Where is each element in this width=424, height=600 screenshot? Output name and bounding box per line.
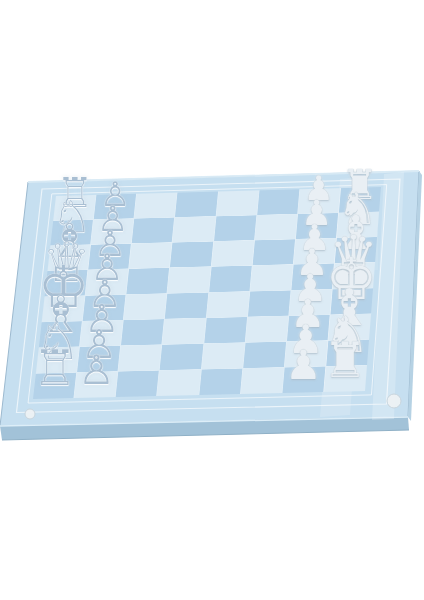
piece-black-pawn[interactable]: ♟	[285, 345, 321, 386]
square-c5[interactable]	[211, 241, 254, 267]
square-h5[interactable]	[199, 369, 242, 395]
square-b3[interactable]	[132, 218, 175, 244]
square-c3[interactable]	[129, 243, 172, 269]
rubber-foot	[387, 394, 401, 408]
square-f4[interactable]	[163, 318, 206, 344]
square-f5[interactable]	[204, 317, 247, 343]
square-b4[interactable]	[173, 217, 215, 243]
square-h6[interactable]	[241, 368, 284, 394]
product-photo: ♖♙♟♜♘♙♟♞♗♙♟♝♕♙♟♛♔♙♟♚♗♙♟♝♘♙♟♞♖♙♟♜	[0, 0, 424, 600]
square-c6[interactable]	[252, 240, 294, 266]
square-g4[interactable]	[160, 344, 203, 370]
square-f3[interactable]	[121, 319, 164, 345]
square-h3[interactable]	[116, 371, 159, 397]
square-a6[interactable]	[257, 189, 299, 215]
piece-white-rook[interactable]: ♖	[33, 343, 77, 392]
piece-white-pawn[interactable]: ♙	[78, 350, 114, 391]
square-c4[interactable]	[170, 242, 213, 268]
square-g6[interactable]	[243, 342, 286, 368]
square-g3[interactable]	[119, 345, 162, 371]
piece-black-rook[interactable]: ♜	[323, 336, 367, 385]
square-h4[interactable]	[157, 370, 200, 396]
square-a4[interactable]	[175, 192, 217, 218]
square-f6[interactable]	[245, 316, 288, 342]
square-e3[interactable]	[124, 293, 167, 319]
square-d4[interactable]	[168, 267, 211, 293]
square-a5[interactable]	[216, 190, 258, 216]
square-g5[interactable]	[201, 343, 244, 369]
square-d6[interactable]	[250, 265, 293, 291]
square-d3[interactable]	[127, 268, 170, 294]
square-a3[interactable]	[135, 193, 177, 219]
rubber-foot	[25, 409, 35, 419]
square-d5[interactable]	[209, 266, 252, 292]
square-e4[interactable]	[165, 292, 208, 318]
square-b6[interactable]	[255, 214, 297, 240]
square-e6[interactable]	[248, 290, 291, 316]
square-b5[interactable]	[214, 215, 256, 241]
square-e5[interactable]	[206, 291, 249, 317]
